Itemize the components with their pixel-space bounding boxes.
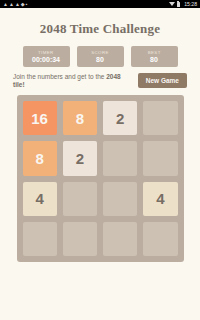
empty-cell (103, 222, 137, 256)
score-value: 80 (96, 56, 104, 64)
notification-icon: ◆ (21, 0, 25, 8)
status-bar-indicators: 15:28 (169, 0, 197, 8)
empty-cell (143, 101, 177, 135)
notification-icon: ▲ (9, 0, 14, 8)
empty-cell (23, 222, 57, 256)
board[interactable]: 16828244 (17, 95, 184, 262)
tile-8: 8 (23, 141, 57, 175)
status-bar: ▲ ▲ ▲ ◆ ▪ 15:28 (0, 0, 200, 8)
tile-8: 8 (63, 101, 97, 135)
notification-icon: ▲ (3, 0, 8, 8)
status-bar-clock: 15:28 (184, 1, 197, 8)
score-box: SCORE 80 (77, 46, 124, 67)
best-box: BEST 80 (131, 46, 178, 67)
intro-prefix: Join the numbers and get to the (13, 73, 106, 80)
score-label: SCORE (91, 50, 109, 55)
wifi-icon (169, 2, 175, 6)
tile-2: 2 (103, 101, 137, 135)
timer-box: TIMER 00:00:34 (23, 46, 70, 67)
scoreboard: TIMER 00:00:34 SCORE 80 BEST 80 (0, 46, 200, 67)
empty-cell (143, 141, 177, 175)
new-game-button[interactable]: New Game (138, 73, 187, 88)
status-bar-notifications: ▲ ▲ ▲ ◆ ▪ (3, 0, 28, 8)
empty-cell (63, 182, 97, 216)
timer-value: 00:00:34 (32, 56, 60, 64)
timer-label: TIMER (38, 50, 54, 55)
tile-2: 2 (63, 141, 97, 175)
battery-icon (177, 2, 180, 7)
tile-16: 16 (23, 101, 57, 135)
app-screen: ▲ ▲ ▲ ◆ ▪ 15:28 2048 Time Challenge TIME… (0, 0, 200, 320)
page-title: 2048 Time Challenge (0, 21, 200, 37)
intro-row: Join the numbers and get to the 2048 til… (0, 73, 200, 88)
empty-cell (103, 182, 137, 216)
best-label: BEST (147, 50, 160, 55)
tile-4: 4 (143, 182, 177, 216)
empty-cell (63, 222, 97, 256)
empty-cell (143, 222, 177, 256)
notification-icon: ▲ (15, 0, 20, 8)
empty-cell (103, 141, 137, 175)
tile-4: 4 (23, 182, 57, 216)
notification-icon: ▪ (26, 0, 28, 8)
best-value: 80 (150, 56, 158, 64)
intro-text: Join the numbers and get to the 2048 til… (13, 73, 131, 88)
